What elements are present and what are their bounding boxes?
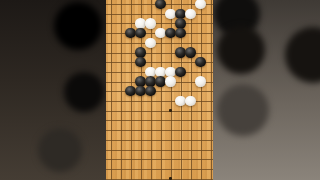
- black-stone: [185, 47, 195, 57]
- white-stone: [145, 18, 155, 28]
- go-board[interactable]: [106, 0, 213, 180]
- black-stone: [135, 28, 145, 38]
- black-stone: [125, 28, 135, 38]
- grid-line: [106, 120, 213, 121]
- blurred-stone-blob: [217, 26, 265, 74]
- black-stone: [195, 57, 205, 67]
- video-frame: [0, 0, 320, 180]
- blurred-stone-blob: [64, 72, 104, 112]
- blurred-stone-blob: [38, 128, 82, 172]
- black-stone: [165, 28, 175, 38]
- blurred-stone-blob: [217, 84, 269, 136]
- black-stone: [145, 86, 155, 96]
- white-stone: [155, 28, 165, 38]
- grid-line: [106, 91, 213, 92]
- blurred-stone-blob: [285, 27, 320, 83]
- grid-line: [106, 43, 213, 44]
- grid-line: [121, 0, 122, 180]
- black-stone: [135, 57, 145, 67]
- grid-line: [211, 0, 212, 180]
- blurred-background-left: [0, 0, 106, 180]
- star-point: [169, 177, 172, 180]
- grid-line: [106, 101, 213, 102]
- grid-line: [201, 0, 202, 180]
- white-stone: [175, 96, 185, 106]
- white-stone: [185, 96, 195, 106]
- blurred-background-right: [213, 0, 320, 180]
- grid-line: [106, 14, 213, 15]
- black-stone: [175, 28, 185, 38]
- black-stone: [125, 86, 135, 96]
- grid-line: [106, 159, 213, 160]
- blurred-stone-blob: [54, 2, 102, 50]
- star-point: [169, 109, 172, 112]
- grid-line: [106, 53, 213, 54]
- white-stone: [185, 9, 195, 19]
- grid-line: [106, 169, 213, 170]
- black-stone: [155, 76, 165, 86]
- black-stone: [175, 47, 185, 57]
- grid-line: [106, 111, 213, 112]
- white-stone: [195, 76, 205, 86]
- grid-line: [106, 23, 213, 24]
- grid-line: [111, 0, 112, 180]
- black-stone: [155, 0, 165, 9]
- go-board-grid: [106, 0, 213, 180]
- grid-line: [106, 140, 213, 141]
- white-stone: [145, 38, 155, 48]
- black-stone: [175, 67, 185, 77]
- black-stone: [135, 86, 145, 96]
- grid-line: [106, 179, 213, 180]
- white-stone: [195, 0, 205, 9]
- white-stone: [165, 9, 175, 19]
- grid-line: [191, 0, 192, 180]
- white-stone: [165, 76, 175, 86]
- grid-line: [106, 150, 213, 151]
- grid-line: [106, 130, 213, 131]
